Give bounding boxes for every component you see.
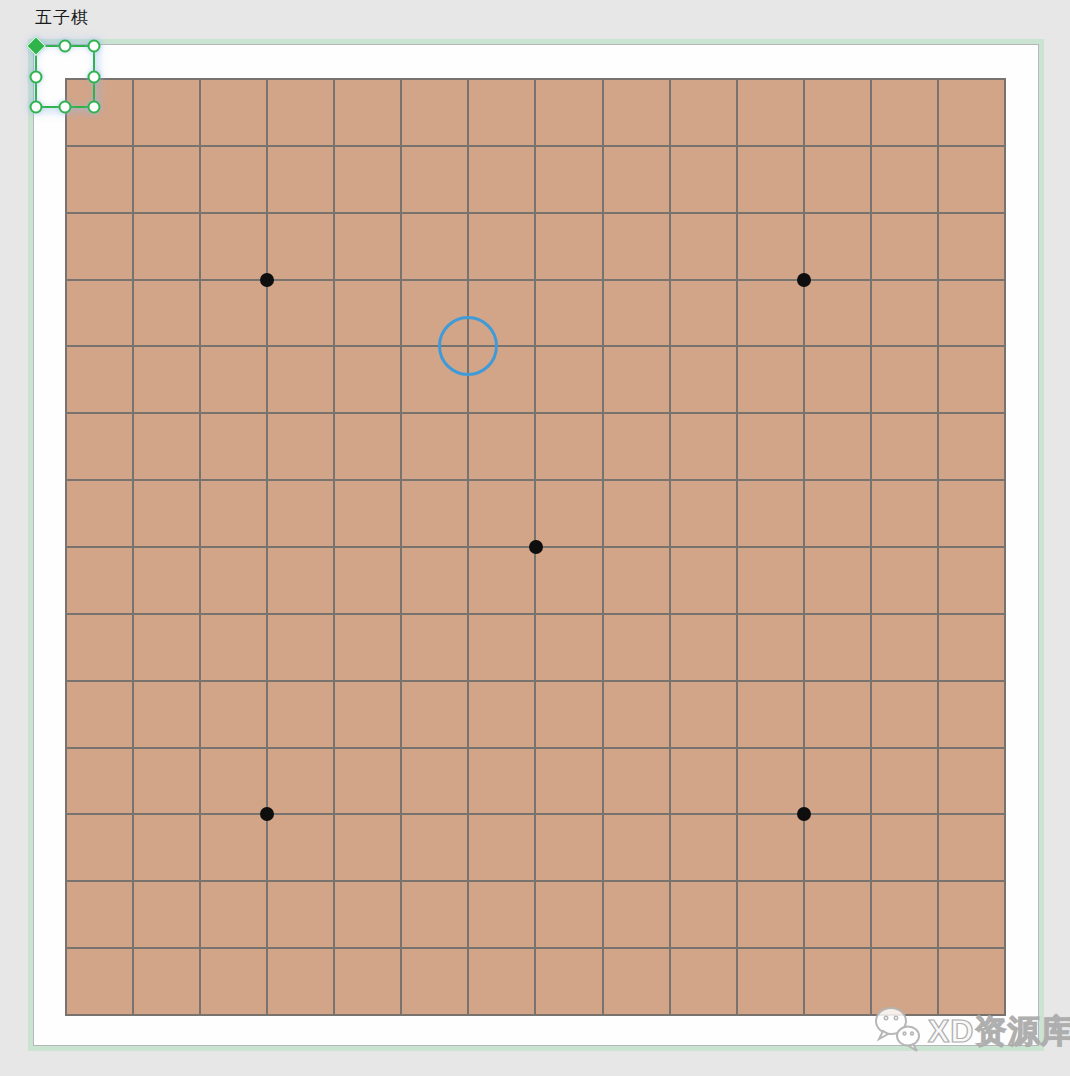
board-cell[interactable] — [872, 80, 937, 145]
board-cell[interactable] — [872, 347, 937, 412]
board-cell[interactable] — [201, 615, 266, 680]
board-cell[interactable] — [872, 147, 937, 212]
board-cell[interactable] — [805, 682, 870, 747]
board-cell[interactable] — [738, 615, 803, 680]
board-cell[interactable] — [939, 749, 1004, 814]
board-cell[interactable] — [201, 414, 266, 479]
board-cell[interactable] — [604, 214, 669, 279]
board-cell[interactable] — [604, 414, 669, 479]
board-cell[interactable] — [67, 882, 132, 947]
board-cell[interactable] — [402, 815, 467, 880]
board-cell[interactable] — [604, 882, 669, 947]
board-cell[interactable] — [671, 80, 736, 145]
board-cell[interactable] — [604, 749, 669, 814]
board-cell[interactable] — [134, 214, 199, 279]
board-cell[interactable] — [536, 347, 601, 412]
artboard-canvas[interactable] — [33, 44, 1039, 1046]
board-cell[interactable] — [939, 949, 1004, 1014]
board-cell[interactable] — [872, 414, 937, 479]
board-cell[interactable] — [335, 147, 400, 212]
board-cell[interactable] — [939, 615, 1004, 680]
board-cell[interactable] — [134, 949, 199, 1014]
board-cell[interactable] — [335, 347, 400, 412]
board-cell[interactable] — [335, 481, 400, 546]
board-cell[interactable] — [536, 481, 601, 546]
resize-handle-bottom-mid[interactable] — [59, 101, 72, 114]
board-cell[interactable] — [536, 615, 601, 680]
board-cell[interactable] — [671, 548, 736, 613]
board-cell[interactable] — [268, 481, 333, 546]
board-cell[interactable] — [469, 749, 534, 814]
board-cell[interactable] — [469, 682, 534, 747]
board-cell[interactable] — [805, 214, 870, 279]
board-cell[interactable] — [469, 949, 534, 1014]
board-cell[interactable] — [335, 949, 400, 1014]
board-cell[interactable] — [872, 749, 937, 814]
resize-handle-mid-right[interactable] — [88, 70, 101, 83]
board-cell[interactable] — [67, 347, 132, 412]
board-cell[interactable] — [201, 682, 266, 747]
board-cell[interactable] — [939, 347, 1004, 412]
resize-handle-bottom-right[interactable] — [88, 101, 101, 114]
board-cell[interactable] — [335, 281, 400, 346]
board-cell[interactable] — [872, 615, 937, 680]
board-cell[interactable] — [335, 615, 400, 680]
board-cell[interactable] — [67, 214, 132, 279]
board-cell[interactable] — [201, 882, 266, 947]
board-cell[interactable] — [134, 80, 199, 145]
board-cell[interactable] — [536, 815, 601, 880]
board-cell[interactable] — [469, 414, 534, 479]
board-cell[interactable] — [604, 147, 669, 212]
board-cell[interactable] — [201, 949, 266, 1014]
board-cell[interactable] — [402, 949, 467, 1014]
board-cell[interactable] — [671, 815, 736, 880]
board-cell[interactable] — [738, 481, 803, 546]
board-cell[interactable] — [805, 949, 870, 1014]
board-cell[interactable] — [604, 80, 669, 145]
board-cell[interactable] — [805, 281, 870, 346]
board-cell[interactable] — [67, 749, 132, 814]
rotate-handle-diamond-icon[interactable] — [26, 36, 46, 56]
board-cell[interactable] — [335, 214, 400, 279]
gomoku-board[interactable] — [65, 78, 1006, 1016]
board-cell[interactable] — [671, 682, 736, 747]
board-cell[interactable] — [201, 281, 266, 346]
board-cell[interactable] — [268, 347, 333, 412]
page-title: 五子棋 — [35, 6, 89, 29]
board-cell[interactable] — [201, 548, 266, 613]
board-cell[interactable] — [738, 815, 803, 880]
board-cell[interactable] — [469, 80, 534, 145]
board-cell[interactable] — [335, 548, 400, 613]
board-cell[interactable] — [536, 749, 601, 814]
board-cell[interactable] — [67, 815, 132, 880]
board-cell[interactable] — [268, 214, 333, 279]
board-cell[interactable] — [469, 214, 534, 279]
board-cell[interactable] — [67, 949, 132, 1014]
board-cell[interactable] — [268, 815, 333, 880]
board-cell[interactable] — [872, 682, 937, 747]
board-cell[interactable] — [805, 615, 870, 680]
board-cell[interactable] — [268, 749, 333, 814]
board-cell[interactable] — [67, 147, 132, 212]
board-cell[interactable] — [536, 281, 601, 346]
board-cell[interactable] — [939, 682, 1004, 747]
board-cell[interactable] — [738, 548, 803, 613]
board-cell[interactable] — [201, 147, 266, 212]
selection-frame[interactable] — [35, 45, 95, 108]
board-cell[interactable] — [872, 815, 937, 880]
board-cell[interactable] — [604, 682, 669, 747]
board-cell[interactable] — [872, 548, 937, 613]
board-cell[interactable] — [402, 548, 467, 613]
board-cell[interactable] — [134, 749, 199, 814]
board-cell[interactable] — [469, 147, 534, 212]
board-cell[interactable] — [939, 147, 1004, 212]
board-cell[interactable] — [402, 615, 467, 680]
board-cell[interactable] — [872, 949, 937, 1014]
board-cell[interactable] — [402, 749, 467, 814]
board-cell[interactable] — [738, 749, 803, 814]
board-cell[interactable] — [738, 682, 803, 747]
board-cell[interactable] — [402, 147, 467, 212]
board-cell[interactable] — [67, 615, 132, 680]
board-cell[interactable] — [335, 815, 400, 880]
board-cell[interactable] — [335, 414, 400, 479]
board-cell[interactable] — [604, 548, 669, 613]
board-cell[interactable] — [671, 347, 736, 412]
board-cell[interactable] — [134, 615, 199, 680]
board-cell[interactable] — [738, 281, 803, 346]
board-cell[interactable] — [201, 749, 266, 814]
board-cell[interactable] — [335, 80, 400, 145]
board-cell[interactable] — [134, 682, 199, 747]
board-cell[interactable] — [738, 949, 803, 1014]
board-cell[interactable] — [536, 949, 601, 1014]
board-cell[interactable] — [469, 815, 534, 880]
board-cell[interactable] — [268, 615, 333, 680]
board-cell[interactable] — [268, 414, 333, 479]
board-cell[interactable] — [536, 882, 601, 947]
board-cell[interactable] — [134, 882, 199, 947]
board-cell[interactable] — [536, 414, 601, 479]
board-cell[interactable] — [738, 882, 803, 947]
board-cell[interactable] — [402, 682, 467, 747]
board-cell[interactable] — [939, 214, 1004, 279]
board-cell[interactable] — [939, 548, 1004, 613]
editor-page: 五子棋 — [0, 0, 1070, 1076]
board-cell[interactable] — [671, 481, 736, 546]
board-cell[interactable] — [939, 481, 1004, 546]
board-cell[interactable] — [134, 414, 199, 479]
board-cell[interactable] — [671, 882, 736, 947]
board-cell[interactable] — [805, 815, 870, 880]
board-cell[interactable] — [268, 548, 333, 613]
board-cell[interactable] — [805, 749, 870, 814]
board-cell[interactable] — [67, 548, 132, 613]
board-cell[interactable] — [738, 80, 803, 145]
board-cell[interactable] — [805, 481, 870, 546]
board-cell[interactable] — [469, 548, 534, 613]
board-cell[interactable] — [67, 414, 132, 479]
board-cell[interactable] — [939, 80, 1004, 145]
board-cell[interactable] — [536, 548, 601, 613]
board-cell[interactable] — [268, 682, 333, 747]
board-cell[interactable] — [201, 347, 266, 412]
board-cell[interactable] — [469, 882, 534, 947]
board-cell[interactable] — [134, 147, 199, 212]
board-cell[interactable] — [402, 214, 467, 279]
board-cell[interactable] — [536, 682, 601, 747]
board-cell[interactable] — [134, 347, 199, 412]
board-cell[interactable] — [604, 347, 669, 412]
board-cell[interactable] — [671, 214, 736, 279]
board-cell[interactable] — [335, 749, 400, 814]
board-cell[interactable] — [268, 80, 333, 145]
board-cell[interactable] — [604, 481, 669, 546]
board-cell[interactable] — [872, 281, 937, 346]
board-cell[interactable] — [604, 949, 669, 1014]
board-cell[interactable] — [201, 214, 266, 279]
board-cell[interactable] — [671, 147, 736, 212]
board-cell[interactable] — [536, 80, 601, 145]
board-cell[interactable] — [134, 481, 199, 546]
board-cell[interactable] — [738, 347, 803, 412]
board-cell[interactable] — [67, 281, 132, 346]
board-cell[interactable] — [67, 682, 132, 747]
resize-handle-top-mid[interactable] — [59, 40, 72, 53]
board-cell[interactable] — [268, 281, 333, 346]
board-cell[interactable] — [604, 815, 669, 880]
board-cell[interactable] — [536, 147, 601, 212]
board-cell[interactable] — [872, 214, 937, 279]
board-cell[interactable] — [738, 147, 803, 212]
board-cell[interactable] — [872, 882, 937, 947]
board-cell[interactable] — [805, 347, 870, 412]
board-cell[interactable] — [335, 882, 400, 947]
board-cell[interactable] — [67, 481, 132, 546]
board-cell[interactable] — [201, 481, 266, 546]
board-cell[interactable] — [268, 147, 333, 212]
board-cell[interactable] — [134, 815, 199, 880]
board-cell[interactable] — [268, 882, 333, 947]
resize-handle-mid-left[interactable] — [30, 70, 43, 83]
board-cell[interactable] — [671, 615, 736, 680]
board-cell[interactable] — [536, 214, 601, 279]
board-cell[interactable] — [671, 749, 736, 814]
board-cell[interactable] — [402, 414, 467, 479]
board-cell[interactable] — [201, 80, 266, 145]
board-cell[interactable] — [939, 414, 1004, 479]
board-cell[interactable] — [268, 949, 333, 1014]
board-cell[interactable] — [939, 281, 1004, 346]
board-cell[interactable] — [134, 281, 199, 346]
board-cell[interactable] — [469, 481, 534, 546]
board-cell[interactable] — [939, 815, 1004, 880]
board-cell[interactable] — [738, 414, 803, 479]
board-grid — [65, 78, 1006, 1016]
board-cell[interactable] — [134, 548, 199, 613]
board-cell[interactable] — [671, 414, 736, 479]
resize-handle-top-right[interactable] — [88, 40, 101, 53]
board-cell[interactable] — [402, 882, 467, 947]
board-cell[interactable] — [738, 214, 803, 279]
board-cell[interactable] — [402, 481, 467, 546]
board-cell[interactable] — [604, 281, 669, 346]
board-cell[interactable] — [805, 882, 870, 947]
board-cell[interactable] — [805, 414, 870, 479]
board-cell[interactable] — [604, 615, 669, 680]
board-cell[interactable] — [805, 548, 870, 613]
board-cell[interactable] — [469, 615, 534, 680]
board-cell[interactable] — [671, 949, 736, 1014]
board-cell[interactable] — [335, 682, 400, 747]
board-cell[interactable] — [402, 80, 467, 145]
board-cell[interactable] — [671, 281, 736, 346]
board-cell[interactable] — [805, 147, 870, 212]
board-cell[interactable] — [201, 815, 266, 880]
board-cell[interactable] — [805, 80, 870, 145]
resize-handle-bottom-left[interactable] — [30, 101, 43, 114]
board-cell[interactable] — [939, 882, 1004, 947]
board-cell[interactable] — [872, 481, 937, 546]
